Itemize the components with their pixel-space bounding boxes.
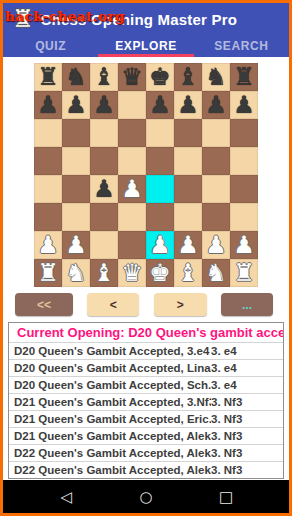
opening-move: 3. e4 [211,360,283,376]
square-d1[interactable]: ♛ [118,259,146,287]
recents-icon[interactable]: □ [217,488,235,506]
opening-move: 3. Nf3 [211,445,283,461]
black-pawn-icon: ♟ [93,91,115,119]
black-rook-icon: ♜ [233,63,255,91]
watermark: hack-cheat.org [5,8,125,24]
black-bishop-icon: ♝ [93,63,115,91]
square-f2[interactable]: ♟ [174,231,202,259]
opening-move: 3. Nf3 [211,394,283,410]
square-d8[interactable]: ♛ [118,63,146,91]
white-knight-icon: ♞ [205,259,227,287]
square-c8[interactable]: ♝ [90,63,118,91]
black-pawn-icon: ♟ [233,91,255,119]
white-pawn-icon: ♟ [205,231,227,259]
square-e7[interactable]: ♟ [146,91,174,119]
square-b2[interactable]: ♟ [62,231,90,259]
tab-search[interactable]: SEARCH [194,35,289,57]
white-rook-icon: ♜ [233,259,255,287]
square-d3[interactable] [118,203,146,231]
square-d4[interactable]: ♟ [118,175,146,203]
square-c5[interactable] [90,147,118,175]
square-f1[interactable]: ♝ [174,259,202,287]
square-f8[interactable]: ♝ [174,63,202,91]
square-a5[interactable] [34,147,62,175]
square-a2[interactable]: ♟ [34,231,62,259]
white-pawn-icon: ♟ [65,231,87,259]
black-pawn-icon: ♟ [205,91,227,119]
square-e1[interactable]: ♚ [146,259,174,287]
square-g7[interactable]: ♟ [202,91,230,119]
square-g4[interactable] [202,175,230,203]
opening-move: 3. e4 [211,377,283,393]
black-pawn-icon: ♟ [93,175,115,203]
square-b8[interactable]: ♞ [62,63,90,91]
square-d2[interactable] [118,231,146,259]
opening-rows: D20 Queen's Gambit Accepted, 3.e43. e4D2… [9,342,283,478]
opening-list-item[interactable]: D22 Queen's Gambit Accepted, Alek...3. N… [9,461,283,478]
square-g2[interactable]: ♟ [202,231,230,259]
opening-list-item[interactable]: D20 Queen's Gambit Accepted, Lina...3. e… [9,359,283,376]
black-knight-icon: ♞ [205,63,227,91]
square-e2[interactable]: ♟ [146,231,174,259]
square-g5[interactable] [202,147,230,175]
tab-explore[interactable]: EXPLORE [98,35,193,57]
square-b5[interactable] [62,147,90,175]
black-rook-icon: ♜ [37,63,59,91]
square-g3[interactable] [202,203,230,231]
opening-name: D22 Queen's Gambit Accepted, Alek... [9,445,211,461]
square-g6[interactable] [202,119,230,147]
next-move-button[interactable]: > [154,293,207,316]
white-pawn-icon: ♟ [121,175,143,203]
back-icon[interactable]: ◁ [57,488,75,506]
square-b4[interactable] [62,175,90,203]
white-knight-icon: ♞ [65,259,87,287]
square-g1[interactable]: ♞ [202,259,230,287]
phone-screen: hack-cheat.org ♜ Chess Opening Master Pr… [0,0,292,516]
square-c2[interactable] [90,231,118,259]
first-move-button[interactable]: << [15,293,73,316]
opening-name: D20 Queen's Gambit Accepted, 3.e4 [9,343,211,359]
opening-list-item[interactable]: D22 Queen's Gambit Accepted, Alek...3. N… [9,444,283,461]
white-pawn-icon: ♟ [177,231,199,259]
square-d6[interactable] [118,119,146,147]
opening-name: D21 Queen's Gambit Accepted, Eric... [9,411,211,427]
tab-bar: QUIZEXPLORESEARCH [3,35,289,57]
square-a8[interactable]: ♜ [34,63,62,91]
white-king-icon: ♚ [149,259,171,287]
opening-move: 3. Nf3 [211,462,283,478]
tab-quiz[interactable]: QUIZ [3,35,98,57]
opening-name: D21 Queen's Gambit Accepted, Alek... [9,428,211,444]
white-bishop-icon: ♝ [177,259,199,287]
square-b6[interactable] [62,119,90,147]
square-c3[interactable] [90,203,118,231]
square-e5[interactable] [146,147,174,175]
square-a7[interactable]: ♟ [34,91,62,119]
square-e8[interactable]: ♚ [146,63,174,91]
square-h8[interactable]: ♜ [230,63,258,91]
square-h2[interactable]: ♟ [230,231,258,259]
more-moves-button[interactable]: ... [221,293,273,316]
opening-move: 3. e4 [211,343,283,359]
square-f3[interactable] [174,203,202,231]
opening-list-item[interactable]: D20 Queen's Gambit Accepted, Sch...3. e4 [9,376,283,393]
square-e3[interactable] [146,203,174,231]
square-a1[interactable]: ♜ [34,259,62,287]
square-h4[interactable] [230,175,258,203]
square-b3[interactable] [62,203,90,231]
square-d7[interactable] [118,91,146,119]
white-bishop-icon: ♝ [93,259,115,287]
black-knight-icon: ♞ [65,63,87,91]
square-h1[interactable]: ♜ [230,259,258,287]
move-navigation-row: <<<>... [15,293,273,316]
black-king-icon: ♚ [149,63,171,91]
white-rook-icon: ♜ [37,259,59,287]
chess-board: ♜♞♝♛♚♝♞♜♟♟♟♟♟♟♟♟♟♟♟♟♟♟♟♜♞♝♛♚♝♞♜ [34,63,258,287]
opening-list-item[interactable]: D20 Queen's Gambit Accepted, 3.e43. e4 [9,342,283,359]
square-a3[interactable] [34,203,62,231]
black-pawn-icon: ♟ [65,91,87,119]
home-icon[interactable]: ○ [137,488,155,506]
square-c6[interactable] [90,119,118,147]
square-b7[interactable]: ♟ [62,91,90,119]
square-f5[interactable] [174,147,202,175]
white-pawn-icon: ♟ [149,231,171,259]
square-a4[interactable] [34,175,62,203]
black-pawn-icon: ♟ [149,91,171,119]
opening-name: D20 Queen's Gambit Accepted, Sch... [9,377,211,393]
black-queen-icon: ♛ [121,63,143,91]
square-b1[interactable]: ♞ [62,259,90,287]
square-a6[interactable] [34,119,62,147]
opening-name: D21 Queen's Gambit Accepted, 3.Nf3 [9,394,211,410]
opening-list-panel: Current Opening: D20 Queen's gambit acce… [8,322,284,479]
square-c7[interactable]: ♟ [90,91,118,119]
opening-move: 3. Nf3 [211,428,283,444]
square-h6[interactable] [230,119,258,147]
square-e4[interactable] [146,175,174,203]
white-queen-icon: ♛ [121,259,143,287]
current-opening-header: Current Opening: D20 Queen's gambit acce… [9,323,283,342]
opening-name: D20 Queen's Gambit Accepted, Lina... [9,360,211,376]
white-pawn-icon: ♟ [37,231,59,259]
opening-list-item[interactable]: D21 Queen's Gambit Accepted, 3.Nf33. Nf3 [9,393,283,410]
square-c4[interactable]: ♟ [90,175,118,203]
square-f4[interactable] [174,175,202,203]
opening-move: 3. Nf3 [211,411,283,427]
white-pawn-icon: ♟ [233,231,255,259]
black-pawn-icon: ♟ [37,91,59,119]
square-e6[interactable] [146,119,174,147]
square-h3[interactable] [230,203,258,231]
android-navigation-bar: ◁○□ [3,480,289,513]
opening-list-item[interactable]: D21 Queen's Gambit Accepted, Alek...3. N… [9,427,283,444]
opening-list-item[interactable]: D21 Queen's Gambit Accepted, Eric...3. N… [9,410,283,427]
square-h5[interactable] [230,147,258,175]
black-pawn-icon: ♟ [177,91,199,119]
square-d5[interactable] [118,147,146,175]
square-c1[interactable]: ♝ [90,259,118,287]
square-h7[interactable]: ♟ [230,91,258,119]
square-f7[interactable]: ♟ [174,91,202,119]
previous-move-button[interactable]: < [87,293,139,316]
square-g8[interactable]: ♞ [202,63,230,91]
square-f6[interactable] [174,119,202,147]
opening-name: D22 Queen's Gambit Accepted, Alek... [9,462,211,478]
black-bishop-icon: ♝ [177,63,199,91]
